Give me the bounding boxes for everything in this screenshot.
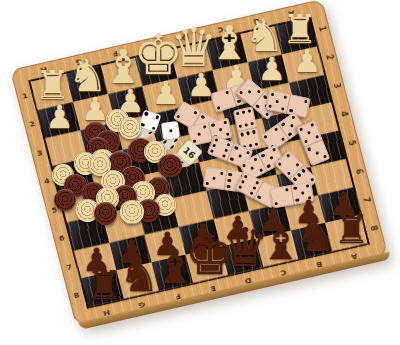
pip <box>226 143 230 147</box>
pip <box>261 153 265 157</box>
pip <box>219 128 223 132</box>
pip <box>148 131 154 134</box>
pip <box>249 191 253 195</box>
pip <box>213 177 217 181</box>
pip <box>252 186 256 190</box>
pip <box>288 132 292 136</box>
pip <box>281 107 285 111</box>
rank-label-left-8: 8 <box>70 290 84 302</box>
pip <box>241 180 245 184</box>
pip <box>291 115 295 119</box>
pip <box>267 164 271 168</box>
pip <box>277 162 282 167</box>
rank-label-right-4: 4 <box>337 108 350 121</box>
pip <box>307 131 311 135</box>
pip <box>299 127 303 131</box>
pip <box>224 120 228 124</box>
pip <box>236 112 240 116</box>
pip <box>304 139 308 143</box>
pip <box>224 148 228 152</box>
checker-light[interactable] <box>119 117 141 139</box>
pip <box>240 133 244 137</box>
pip <box>255 180 259 184</box>
piece-white-pawn[interactable]: ♟ <box>45 101 74 133</box>
piece-black-knight[interactable]: ♞ <box>296 213 336 258</box>
pip <box>228 179 232 183</box>
pip <box>285 188 289 192</box>
rank-label-right-2: 2 <box>323 51 336 64</box>
rank-label-right-5: 5 <box>345 136 358 149</box>
pip <box>257 195 261 199</box>
pip <box>306 184 310 188</box>
pip <box>238 124 242 128</box>
pip <box>201 115 205 119</box>
pip <box>203 125 207 129</box>
pip <box>292 177 297 182</box>
pip <box>173 138 178 141</box>
rank-label-left-1: 1 <box>18 90 32 102</box>
pip <box>169 145 174 148</box>
piece-black-rook[interactable]: ♜ <box>333 209 369 249</box>
die-top-face <box>160 120 179 139</box>
pip <box>234 146 238 150</box>
pip <box>323 154 327 158</box>
rank-label-right-6: 6 <box>352 165 365 178</box>
pip <box>259 168 263 172</box>
pip <box>268 105 272 109</box>
pip <box>151 126 155 130</box>
piece-white-pawn[interactable]: ♟ <box>293 45 322 77</box>
pip <box>253 157 257 161</box>
pip <box>315 151 319 155</box>
pip <box>248 90 252 94</box>
checker-dark[interactable] <box>158 154 182 178</box>
pip <box>222 154 226 158</box>
pip <box>238 154 242 158</box>
pip <box>168 128 172 132</box>
pip <box>244 174 248 178</box>
pip <box>237 100 241 104</box>
pip <box>255 104 259 108</box>
pip <box>272 147 276 151</box>
pip <box>263 135 267 139</box>
piece-black-rook[interactable]: ♜ <box>86 265 122 305</box>
pip <box>256 89 260 93</box>
pip <box>286 153 291 158</box>
checker-light[interactable] <box>120 200 144 224</box>
pip <box>198 132 202 136</box>
pip <box>248 109 252 113</box>
pip <box>304 100 308 104</box>
pip <box>242 163 246 167</box>
pip <box>226 133 230 137</box>
domino-half <box>203 167 226 190</box>
pip <box>220 171 224 175</box>
product-photo: HH11GG22FF33EE44DD55CC66BB77AA88 ♜♞♝♚♛♝♞… <box>0 0 400 345</box>
pip <box>281 137 285 141</box>
pip <box>269 156 273 160</box>
pip <box>227 185 231 189</box>
piece-white-pawn[interactable]: ♟ <box>187 69 216 101</box>
rank-label-left-6: 6 <box>55 233 69 245</box>
die-2[interactable] <box>160 120 179 139</box>
pip <box>265 112 269 116</box>
pip <box>249 144 253 148</box>
pip <box>155 115 159 119</box>
rank-label-left-3: 3 <box>33 147 47 159</box>
checker-dark[interactable] <box>94 202 117 225</box>
pip <box>293 186 297 190</box>
pip <box>230 157 234 161</box>
piece-black-knight[interactable]: ♞ <box>119 253 159 298</box>
pip <box>239 90 243 94</box>
piece-black-bishop[interactable]: ♝ <box>154 243 196 290</box>
pip <box>212 144 216 148</box>
pip <box>225 90 229 94</box>
pip <box>252 130 256 134</box>
pip <box>307 147 311 151</box>
checker-dark[interactable] <box>54 189 76 211</box>
pip <box>310 123 314 127</box>
pip <box>162 139 167 142</box>
pip <box>238 185 242 189</box>
pip <box>217 106 221 110</box>
rank-label-right-3: 3 <box>330 79 343 92</box>
pip <box>205 182 209 186</box>
pip <box>250 166 254 170</box>
pip <box>211 123 215 127</box>
pip <box>276 100 280 104</box>
rank-label-right-7: 7 <box>359 194 372 207</box>
pip <box>271 92 275 96</box>
pip <box>274 127 278 131</box>
pip <box>214 138 218 142</box>
pip <box>193 110 197 114</box>
pip <box>255 143 259 147</box>
pip <box>315 135 319 139</box>
piece-white-pawn[interactable]: ♟ <box>257 53 286 85</box>
pip <box>295 162 300 167</box>
pip <box>141 122 145 126</box>
pip <box>301 168 306 173</box>
pip <box>246 131 250 135</box>
pip <box>281 122 285 126</box>
piece-white-pawn[interactable]: ♟ <box>151 77 180 109</box>
pip <box>144 112 148 116</box>
pip <box>250 122 254 126</box>
pip <box>210 149 214 153</box>
piece-white-pawn[interactable]: ♟ <box>81 93 110 125</box>
rank-label-left-2: 2 <box>25 119 39 131</box>
pip <box>297 173 302 178</box>
pip <box>286 171 291 176</box>
pip <box>290 124 294 128</box>
pip <box>283 95 287 99</box>
pip <box>244 123 248 127</box>
pip <box>228 173 232 177</box>
pip <box>176 115 180 119</box>
pip <box>246 151 250 155</box>
rank-label-left-7: 7 <box>62 262 76 274</box>
pip <box>242 110 246 114</box>
